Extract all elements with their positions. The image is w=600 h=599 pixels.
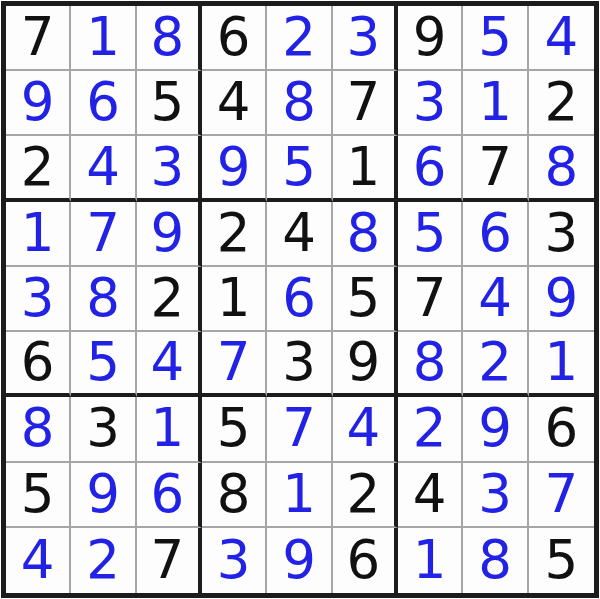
cell-r5c2[interactable]: 8 — [71, 267, 136, 332]
solved-digit: 2 — [86, 533, 120, 586]
cell-r9c2[interactable]: 2 — [71, 528, 136, 593]
cell-r3c8[interactable]: 7 — [463, 136, 528, 201]
solved-digit: 9 — [217, 140, 251, 193]
cell-r9c8[interactable]: 8 — [463, 528, 528, 593]
solved-digit: 8 — [86, 271, 120, 324]
solved-digit: 1 — [282, 467, 316, 520]
cell-r2c2[interactable]: 6 — [71, 71, 136, 136]
given-digit: 2 — [544, 75, 578, 128]
solved-digit: 6 — [282, 271, 316, 324]
cell-r5c5[interactable]: 6 — [267, 267, 332, 332]
cell-r4c4[interactable]: 2 — [202, 202, 267, 267]
given-digit: 3 — [282, 335, 316, 388]
given-digit: 3 — [544, 206, 578, 259]
solved-digit: 4 — [86, 140, 120, 193]
solved-digit: 8 — [413, 335, 447, 388]
cell-r7c9[interactable]: 6 — [529, 397, 594, 462]
given-digit: 3 — [86, 401, 120, 454]
cell-r8c3[interactable]: 6 — [137, 463, 202, 528]
given-digit: 7 — [150, 533, 184, 586]
cell-r2c9[interactable]: 2 — [529, 71, 594, 136]
cell-r9c7[interactable]: 1 — [398, 528, 463, 593]
cell-r8c5[interactable]: 1 — [267, 463, 332, 528]
cell-r4c9[interactable]: 3 — [529, 202, 594, 267]
cell-r4c5[interactable]: 4 — [267, 202, 332, 267]
solved-digit: 7 — [217, 335, 251, 388]
cell-r7c5[interactable]: 7 — [267, 397, 332, 462]
cell-r3c1[interactable]: 2 — [6, 136, 71, 201]
solved-digit: 6 — [413, 140, 447, 193]
cell-r3c6[interactable]: 1 — [333, 136, 398, 201]
cell-r3c3[interactable]: 3 — [137, 136, 202, 201]
solved-digit: 8 — [21, 401, 55, 454]
solved-digit: 1 — [544, 335, 578, 388]
cell-r8c6[interactable]: 2 — [333, 463, 398, 528]
solved-digit: 1 — [21, 206, 55, 259]
cell-r9c1[interactable]: 4 — [6, 528, 71, 593]
cell-r3c2[interactable]: 4 — [71, 136, 136, 201]
solved-digit: 4 — [544, 10, 578, 63]
cell-r8c8[interactable]: 3 — [463, 463, 528, 528]
cell-r7c1[interactable]: 8 — [6, 397, 71, 462]
solved-digit: 8 — [478, 533, 512, 586]
solved-digit: 7 — [544, 467, 578, 520]
cell-r8c1[interactable]: 5 — [6, 463, 71, 528]
cell-r4c2[interactable]: 7 — [71, 202, 136, 267]
cell-r8c2[interactable]: 9 — [71, 463, 136, 528]
cell-r8c4[interactable]: 8 — [202, 463, 267, 528]
given-digit: 5 — [217, 401, 251, 454]
cell-r6c8[interactable]: 2 — [463, 332, 528, 397]
cell-r9c9[interactable]: 5 — [529, 528, 594, 593]
cell-r1c5[interactable]: 2 — [267, 6, 332, 71]
given-digit: 9 — [346, 335, 380, 388]
cell-r2c8[interactable]: 1 — [463, 71, 528, 136]
cell-r1c4[interactable]: 6 — [202, 6, 267, 71]
given-digit: 6 — [217, 10, 251, 63]
solved-digit: 5 — [478, 10, 512, 63]
sudoku-board: 7186239549654873122439516781792485633821… — [1, 1, 599, 598]
solved-digit: 8 — [150, 10, 184, 63]
given-digit: 6 — [346, 533, 380, 586]
given-digit: 5 — [21, 467, 55, 520]
cell-r7c4[interactable]: 5 — [202, 397, 267, 462]
cell-r9c3[interactable]: 7 — [137, 528, 202, 593]
cell-r4c1[interactable]: 1 — [6, 202, 71, 267]
solved-digit: 8 — [346, 206, 380, 259]
given-digit: 7 — [413, 271, 447, 324]
solved-digit: 4 — [478, 271, 512, 324]
solved-digit: 5 — [413, 206, 447, 259]
cell-r7c6[interactable]: 4 — [333, 397, 398, 462]
solved-digit: 2 — [413, 401, 447, 454]
cell-r6c9[interactable]: 1 — [529, 332, 594, 397]
solved-digit: 3 — [346, 10, 380, 63]
solved-digit: 9 — [478, 401, 512, 454]
cell-r3c9[interactable]: 8 — [529, 136, 594, 201]
solved-digit: 8 — [282, 75, 316, 128]
cell-r2c7[interactable]: 3 — [398, 71, 463, 136]
cell-r3c7[interactable]: 6 — [398, 136, 463, 201]
solved-digit: 1 — [150, 401, 184, 454]
cell-r6c7[interactable]: 8 — [398, 332, 463, 397]
given-digit: 1 — [217, 271, 251, 324]
solved-digit: 1 — [86, 10, 120, 63]
cell-r5c3[interactable]: 2 — [137, 267, 202, 332]
given-digit: 1 — [346, 140, 380, 193]
given-digit: 2 — [150, 271, 184, 324]
cell-r2c1[interactable]: 9 — [6, 71, 71, 136]
cell-r4c3[interactable]: 9 — [137, 202, 202, 267]
cell-r5c4[interactable]: 1 — [202, 267, 267, 332]
cell-r4c6[interactable]: 8 — [333, 202, 398, 267]
cell-r9c6[interactable]: 6 — [333, 528, 398, 593]
solved-digit: 6 — [86, 75, 120, 128]
cell-r5c8[interactable]: 4 — [463, 267, 528, 332]
solved-digit: 8 — [544, 140, 578, 193]
cell-r2c3[interactable]: 5 — [137, 71, 202, 136]
solved-digit: 9 — [86, 467, 120, 520]
given-digit: 7 — [478, 140, 512, 193]
cell-r6c1[interactable]: 6 — [6, 332, 71, 397]
solved-digit: 9 — [150, 206, 184, 259]
solved-digit: 3 — [150, 140, 184, 193]
cell-r7c2[interactable]: 3 — [71, 397, 136, 462]
solved-digit: 3 — [413, 75, 447, 128]
cell-r1c7[interactable]: 9 — [398, 6, 463, 71]
cell-r4c8[interactable]: 6 — [463, 202, 528, 267]
cell-r2c5[interactable]: 8 — [267, 71, 332, 136]
solved-digit: 3 — [478, 467, 512, 520]
cell-r6c2[interactable]: 5 — [71, 332, 136, 397]
cell-r2c4[interactable]: 4 — [202, 71, 267, 136]
given-digit: 6 — [21, 335, 55, 388]
solved-digit: 3 — [21, 271, 55, 324]
cell-r5c6[interactable]: 5 — [333, 267, 398, 332]
cell-r7c3[interactable]: 1 — [137, 397, 202, 462]
cell-r7c8[interactable]: 9 — [463, 397, 528, 462]
given-digit: 4 — [413, 467, 447, 520]
cell-r5c9[interactable]: 9 — [529, 267, 594, 332]
cell-r1c1[interactable]: 7 — [6, 6, 71, 71]
cell-r4c7[interactable]: 5 — [398, 202, 463, 267]
solved-digit: 9 — [21, 75, 55, 128]
given-digit: 8 — [217, 467, 251, 520]
given-digit: 7 — [21, 10, 55, 63]
given-digit: 2 — [217, 206, 251, 259]
solved-digit: 5 — [282, 140, 316, 193]
cell-r1c2[interactable]: 1 — [71, 6, 136, 71]
solved-digit: 1 — [478, 75, 512, 128]
cell-r1c8[interactable]: 5 — [463, 6, 528, 71]
given-digit: 4 — [282, 206, 316, 259]
solved-digit: 7 — [282, 401, 316, 454]
cell-r3c5[interactable]: 5 — [267, 136, 332, 201]
solved-digit: 7 — [86, 206, 120, 259]
given-digit: 5 — [150, 75, 184, 128]
cell-r7c7[interactable]: 2 — [398, 397, 463, 462]
cell-r2c6[interactable]: 7 — [333, 71, 398, 136]
solved-digit: 1 — [413, 533, 447, 586]
solved-digit: 3 — [217, 533, 251, 586]
given-digit: 5 — [544, 533, 578, 586]
solved-digit: 6 — [478, 206, 512, 259]
given-digit: 5 — [346, 271, 380, 324]
cell-r1c9[interactable]: 4 — [529, 6, 594, 71]
cell-r6c3[interactable]: 4 — [137, 332, 202, 397]
given-digit: 9 — [413, 10, 447, 63]
cell-r5c7[interactable]: 7 — [398, 267, 463, 332]
solved-digit: 9 — [544, 271, 578, 324]
given-digit: 6 — [544, 401, 578, 454]
solved-digit: 5 — [86, 335, 120, 388]
cell-r6c4[interactable]: 7 — [202, 332, 267, 397]
cell-r8c9[interactable]: 7 — [529, 463, 594, 528]
solved-digit: 2 — [478, 335, 512, 388]
solved-digit: 9 — [282, 533, 316, 586]
cell-r8c7[interactable]: 4 — [398, 463, 463, 528]
cell-r6c6[interactable]: 9 — [333, 332, 398, 397]
solved-digit: 4 — [150, 335, 184, 388]
cell-r1c3[interactable]: 8 — [137, 6, 202, 71]
solved-digit: 2 — [282, 10, 316, 63]
cell-r9c4[interactable]: 3 — [202, 528, 267, 593]
solved-digit: 4 — [21, 533, 55, 586]
cell-r3c4[interactable]: 9 — [202, 136, 267, 201]
given-digit: 7 — [346, 75, 380, 128]
cell-r5c1[interactable]: 3 — [6, 267, 71, 332]
cell-r9c5[interactable]: 9 — [267, 528, 332, 593]
solved-digit: 6 — [150, 467, 184, 520]
cell-r6c5[interactable]: 3 — [267, 332, 332, 397]
cell-r1c6[interactable]: 3 — [333, 6, 398, 71]
solved-digit: 4 — [346, 401, 380, 454]
given-digit: 2 — [346, 467, 380, 520]
given-digit: 2 — [21, 140, 55, 193]
given-digit: 4 — [217, 75, 251, 128]
